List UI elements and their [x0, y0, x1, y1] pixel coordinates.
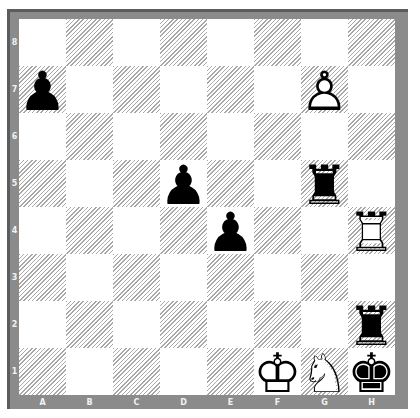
square-g2[interactable]: [301, 301, 348, 348]
square-g5[interactable]: ♜: [301, 160, 348, 207]
square-a4[interactable]: [19, 207, 66, 254]
square-f3[interactable]: [254, 254, 301, 301]
square-a2[interactable]: [19, 301, 66, 348]
square-h7[interactable]: [348, 66, 395, 113]
square-h4[interactable]: ♜♖: [348, 207, 395, 254]
square-g3[interactable]: [301, 254, 348, 301]
square-d5[interactable]: ♟: [160, 160, 207, 207]
black-rook-icon: ♜: [301, 162, 348, 209]
square-e4[interactable]: ♟: [207, 207, 254, 254]
square-h6[interactable]: [348, 113, 395, 160]
file-label-b: B: [66, 395, 113, 409]
square-g7[interactable]: ♟♙: [301, 66, 348, 113]
square-f4[interactable]: [254, 207, 301, 254]
black-pawn-icon: ♟: [207, 209, 254, 256]
square-d1[interactable]: [160, 348, 207, 395]
chess-diagram: 87654321 ABCDEFGH ♟♟♙♟♜♟♜♖♜♚♔♞♘♚: [0, 0, 420, 418]
square-g6[interactable]: [301, 113, 348, 160]
square-b2[interactable]: [66, 301, 113, 348]
square-a6[interactable]: [19, 113, 66, 160]
square-h2[interactable]: ♜: [348, 301, 395, 348]
square-f8[interactable]: [254, 19, 301, 66]
square-c3[interactable]: [113, 254, 160, 301]
rank-label-4: 4: [10, 207, 19, 254]
black-pawn-icon: ♟: [19, 68, 66, 115]
square-b3[interactable]: [66, 254, 113, 301]
square-g1[interactable]: ♞♘: [301, 348, 348, 395]
square-d2[interactable]: [160, 301, 207, 348]
square-c5[interactable]: [113, 160, 160, 207]
rank-label-8: 8: [10, 19, 19, 66]
square-e5[interactable]: [207, 160, 254, 207]
file-label-e: E: [207, 395, 254, 409]
square-a8[interactable]: [19, 19, 66, 66]
square-h3[interactable]: [348, 254, 395, 301]
rank-label-3: 3: [10, 254, 19, 301]
square-h1[interactable]: ♚: [348, 348, 395, 395]
square-f1[interactable]: ♚♔: [254, 348, 301, 395]
square-b7[interactable]: [66, 66, 113, 113]
square-h8[interactable]: [348, 19, 395, 66]
square-d7[interactable]: [160, 66, 207, 113]
square-e3[interactable]: [207, 254, 254, 301]
square-c7[interactable]: [113, 66, 160, 113]
square-h5[interactable]: [348, 160, 395, 207]
square-b5[interactable]: [66, 160, 113, 207]
file-label-d: D: [160, 395, 207, 409]
square-f7[interactable]: [254, 66, 301, 113]
square-d8[interactable]: [160, 19, 207, 66]
square-b4[interactable]: [66, 207, 113, 254]
square-d4[interactable]: [160, 207, 207, 254]
square-b8[interactable]: [66, 19, 113, 66]
square-e2[interactable]: [207, 301, 254, 348]
square-f5[interactable]: [254, 160, 301, 207]
rank-label-1: 1: [10, 348, 19, 395]
white-pawn-icon: ♙: [301, 68, 348, 115]
square-e1[interactable]: [207, 348, 254, 395]
square-e7[interactable]: [207, 66, 254, 113]
white-knight-icon: ♘: [301, 350, 348, 397]
white-king-icon: ♔: [254, 350, 301, 397]
black-pawn-icon: ♟: [160, 162, 207, 209]
square-e6[interactable]: [207, 113, 254, 160]
square-a1[interactable]: [19, 348, 66, 395]
square-g8[interactable]: [301, 19, 348, 66]
square-f6[interactable]: [254, 113, 301, 160]
file-label-a: A: [19, 395, 66, 409]
square-d6[interactable]: [160, 113, 207, 160]
square-c4[interactable]: [113, 207, 160, 254]
file-label-c: C: [113, 395, 160, 409]
white-rook-icon: ♖: [348, 209, 395, 256]
black-king-icon: ♚: [348, 350, 395, 397]
square-a3[interactable]: [19, 254, 66, 301]
square-c8[interactable]: [113, 19, 160, 66]
square-b6[interactable]: [66, 113, 113, 160]
square-a5[interactable]: [19, 160, 66, 207]
square-c2[interactable]: [113, 301, 160, 348]
square-g4[interactable]: [301, 207, 348, 254]
rank-label-5: 5: [10, 160, 19, 207]
square-d3[interactable]: [160, 254, 207, 301]
square-c1[interactable]: [113, 348, 160, 395]
square-f2[interactable]: [254, 301, 301, 348]
square-e8[interactable]: [207, 19, 254, 66]
square-b1[interactable]: [66, 348, 113, 395]
square-c6[interactable]: [113, 113, 160, 160]
chess-board: ♟♟♙♟♜♟♜♖♜♚♔♞♘♚: [19, 19, 395, 395]
rank-label-2: 2: [10, 301, 19, 348]
square-a7[interactable]: ♟: [19, 66, 66, 113]
